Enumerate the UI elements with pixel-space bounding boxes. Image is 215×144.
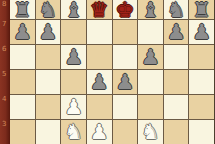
square-e7[interactable]	[113, 20, 138, 44]
black-pawn: ♟	[167, 22, 186, 43]
rank-label-6: 6	[2, 46, 6, 53]
white-knight: ♞	[64, 122, 83, 143]
square-g3[interactable]	[164, 120, 189, 144]
black-pawn: ♟	[115, 72, 134, 93]
square-b3[interactable]	[36, 120, 61, 144]
square-g4[interactable]	[164, 95, 189, 119]
square-e8[interactable]: ♚	[113, 0, 138, 19]
square-d6[interactable]	[87, 45, 112, 69]
chess-board: ♜♞♝♛♚♝♞♜♟♟♟♟♟♟♟♟♟♞♟♞	[10, 0, 215, 144]
white-pawn: ♟	[90, 122, 109, 143]
black-pawn: ♟	[192, 22, 211, 43]
square-f6[interactable]: ♟	[138, 45, 163, 69]
square-d5[interactable]: ♟	[87, 70, 112, 94]
square-h6[interactable]	[189, 45, 214, 69]
black-pawn: ♟	[90, 72, 109, 93]
square-a8[interactable]: ♜	[10, 0, 35, 19]
square-c3[interactable]: ♞	[61, 120, 86, 144]
square-b4[interactable]	[36, 95, 61, 119]
square-g8[interactable]: ♞	[164, 0, 189, 19]
square-f5[interactable]	[138, 70, 163, 94]
square-h5[interactable]	[189, 70, 214, 94]
black-knight: ♞	[167, 0, 186, 19]
white-pawn: ♟	[64, 97, 83, 118]
square-c5[interactable]	[61, 70, 86, 94]
rank-label-8: 8	[2, 1, 6, 8]
square-a4[interactable]	[10, 95, 35, 119]
square-b5[interactable]	[36, 70, 61, 94]
square-c7[interactable]	[61, 20, 86, 44]
square-h3[interactable]	[189, 120, 214, 144]
black-knight: ♞	[39, 0, 58, 19]
square-c4[interactable]: ♟	[61, 95, 86, 119]
square-f4[interactable]	[138, 95, 163, 119]
square-e5[interactable]: ♟	[113, 70, 138, 94]
white-knight: ♞	[141, 122, 160, 143]
square-g5[interactable]	[164, 70, 189, 94]
square-e4[interactable]	[113, 95, 138, 119]
square-g6[interactable]	[164, 45, 189, 69]
square-d7[interactable]	[87, 20, 112, 44]
square-a3[interactable]	[10, 120, 35, 144]
rank-label-3: 3	[2, 121, 6, 128]
square-b7[interactable]: ♟	[36, 20, 61, 44]
square-b6[interactable]	[36, 45, 61, 69]
chess-app-screen: 876543 ♜♞♝♛♚♝♞♜♟♟♟♟♟♟♟♟♟♞♟♞	[0, 0, 215, 144]
rank-label-4: 4	[2, 96, 6, 103]
square-h7[interactable]: ♟	[189, 20, 214, 44]
rank-label-5: 5	[2, 71, 6, 78]
black-pawn: ♟	[141, 47, 160, 68]
square-d3[interactable]: ♟	[87, 120, 112, 144]
black-queen: ♛	[90, 0, 109, 19]
black-pawn: ♟	[13, 22, 32, 43]
board-rank-border: 876543	[0, 0, 10, 144]
square-f3[interactable]: ♞	[138, 120, 163, 144]
square-c6[interactable]: ♟	[61, 45, 86, 69]
black-pawn: ♟	[64, 47, 83, 68]
black-rook: ♜	[192, 0, 211, 19]
black-pawn: ♟	[39, 22, 58, 43]
square-a7[interactable]: ♟	[10, 20, 35, 44]
square-c8[interactable]: ♝	[61, 0, 86, 19]
square-f8[interactable]: ♝	[138, 0, 163, 19]
black-bishop: ♝	[64, 0, 83, 19]
square-g7[interactable]: ♟	[164, 20, 189, 44]
square-a5[interactable]	[10, 70, 35, 94]
rank-label-7: 7	[2, 21, 6, 28]
square-h8[interactable]: ♜	[189, 0, 214, 19]
square-e3[interactable]	[113, 120, 138, 144]
square-a6[interactable]	[10, 45, 35, 69]
square-h4[interactable]	[189, 95, 214, 119]
black-rook: ♜	[13, 0, 32, 19]
square-d8[interactable]: ♛	[87, 0, 112, 19]
square-e6[interactable]	[113, 45, 138, 69]
black-king: ♚	[115, 0, 134, 19]
black-bishop: ♝	[141, 0, 160, 19]
square-d4[interactable]	[87, 95, 112, 119]
square-f7[interactable]	[138, 20, 163, 44]
square-b8[interactable]: ♞	[36, 0, 61, 19]
